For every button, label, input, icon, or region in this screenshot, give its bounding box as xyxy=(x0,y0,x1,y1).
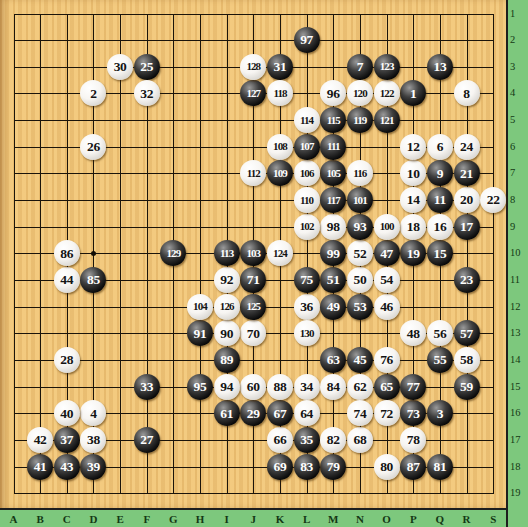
stone-white-22[interactable]: 22 xyxy=(480,187,506,213)
stone-black-31[interactable]: 31 xyxy=(267,54,293,80)
stone-move-number: 3 xyxy=(437,407,443,421)
stone-move-number: 32 xyxy=(140,87,153,101)
stone-black-111[interactable]: 111 xyxy=(320,134,346,160)
stone-move-number: 124 xyxy=(273,248,287,259)
stone-move-number: 29 xyxy=(247,407,260,421)
column-label: M xyxy=(323,512,343,526)
stone-move-number: 94 xyxy=(220,380,233,394)
stone-move-number: 117 xyxy=(327,195,340,206)
stone-white-74[interactable]: 74 xyxy=(347,400,373,426)
stone-white-36[interactable]: 36 xyxy=(294,294,320,320)
stone-black-23[interactable]: 23 xyxy=(454,267,480,293)
stone-move-number: 130 xyxy=(300,328,314,339)
stone-white-110[interactable]: 110 xyxy=(294,187,320,213)
column-label: E xyxy=(110,512,130,526)
stone-white-28[interactable]: 28 xyxy=(54,347,80,373)
stone-black-55[interactable]: 55 xyxy=(427,347,453,373)
column-label: S xyxy=(483,512,503,526)
column-label: N xyxy=(350,512,370,526)
stone-black-87[interactable]: 87 xyxy=(400,454,426,480)
stone-black-7[interactable]: 7 xyxy=(347,54,373,80)
stone-black-47[interactable]: 47 xyxy=(374,240,400,266)
stone-move-number: 59 xyxy=(460,380,473,394)
stone-move-number: 106 xyxy=(300,168,314,179)
stone-white-88[interactable]: 88 xyxy=(267,374,293,400)
stone-move-number: 45 xyxy=(353,353,366,367)
stone-white-54[interactable]: 54 xyxy=(374,267,400,293)
stone-move-number: 65 xyxy=(380,380,393,394)
stone-black-69[interactable]: 69 xyxy=(267,454,293,480)
stone-move-number: 60 xyxy=(247,380,260,394)
stone-white-98[interactable]: 98 xyxy=(320,214,346,240)
stone-move-number: 120 xyxy=(353,88,367,99)
stone-black-35[interactable]: 35 xyxy=(294,427,320,453)
stone-black-123[interactable]: 123 xyxy=(374,54,400,80)
stone-move-number: 121 xyxy=(380,115,394,126)
stone-move-number: 118 xyxy=(273,88,286,99)
stone-move-number: 66 xyxy=(274,433,287,447)
stone-move-number: 22 xyxy=(487,193,500,207)
stone-black-57[interactable]: 57 xyxy=(454,320,480,346)
board-right-border xyxy=(506,0,508,527)
stone-black-121[interactable]: 121 xyxy=(374,107,400,133)
stone-move-number: 19 xyxy=(407,247,420,261)
stone-move-number: 87 xyxy=(407,460,420,474)
stone-white-40[interactable]: 40 xyxy=(54,400,80,426)
stone-black-45[interactable]: 45 xyxy=(347,347,373,373)
stone-move-number: 23 xyxy=(460,273,473,287)
stone-black-33[interactable]: 33 xyxy=(134,374,160,400)
stone-white-122[interactable]: 122 xyxy=(374,80,400,106)
stone-move-number: 93 xyxy=(353,220,366,234)
stone-move-number: 12 xyxy=(407,140,420,154)
row-label: 3 xyxy=(510,61,528,73)
stone-black-77[interactable]: 77 xyxy=(400,374,426,400)
stone-move-number: 54 xyxy=(380,273,393,287)
stone-move-number: 53 xyxy=(353,300,366,314)
stone-move-number: 73 xyxy=(407,407,420,421)
stone-white-90[interactable]: 90 xyxy=(214,320,240,346)
stone-black-39[interactable]: 39 xyxy=(80,454,106,480)
stone-black-21[interactable]: 21 xyxy=(454,160,480,186)
stone-move-number: 37 xyxy=(60,433,73,447)
stone-black-101[interactable]: 101 xyxy=(347,187,373,213)
stone-move-number: 43 xyxy=(60,460,73,474)
board-bottom-border xyxy=(0,508,506,510)
stone-white-108[interactable]: 108 xyxy=(267,134,293,160)
stone-black-17[interactable]: 17 xyxy=(454,214,480,240)
stone-black-125[interactable]: 125 xyxy=(240,294,266,320)
stone-white-100[interactable]: 100 xyxy=(374,214,400,240)
stone-move-number: 114 xyxy=(300,115,313,126)
stone-move-number: 6 xyxy=(437,140,443,154)
row-label: 6 xyxy=(510,141,528,153)
stone-move-number: 17 xyxy=(460,220,473,234)
stone-move-number: 70 xyxy=(247,327,260,341)
stone-white-104[interactable]: 104 xyxy=(187,294,213,320)
row-label: 10 xyxy=(510,247,528,259)
stone-move-number: 18 xyxy=(407,220,420,234)
stone-move-number: 52 xyxy=(353,247,366,261)
stone-move-number: 61 xyxy=(220,407,233,421)
stone-move-number: 115 xyxy=(327,115,340,126)
stone-black-113[interactable]: 113 xyxy=(214,240,240,266)
stone-black-37[interactable]: 37 xyxy=(54,427,80,453)
stone-move-number: 105 xyxy=(326,168,340,179)
stone-white-80[interactable]: 80 xyxy=(374,454,400,480)
stone-white-16[interactable]: 16 xyxy=(427,214,453,240)
stone-move-number: 10 xyxy=(407,167,420,181)
column-label: C xyxy=(57,512,77,526)
stone-move-number: 103 xyxy=(246,248,260,259)
stone-white-82[interactable]: 82 xyxy=(320,427,346,453)
row-label: 13 xyxy=(510,327,528,339)
stone-move-number: 11 xyxy=(434,193,446,207)
row-label: 8 xyxy=(510,194,528,206)
row-label: 15 xyxy=(510,381,528,393)
stone-black-97[interactable]: 97 xyxy=(294,27,320,53)
row-label: 2 xyxy=(510,34,528,46)
stone-move-number: 68 xyxy=(353,433,366,447)
stone-white-72[interactable]: 72 xyxy=(374,400,400,426)
stone-black-61[interactable]: 61 xyxy=(214,400,240,426)
stone-move-number: 55 xyxy=(433,353,446,367)
stone-black-43[interactable]: 43 xyxy=(54,454,80,480)
row-label: 4 xyxy=(510,87,528,99)
stone-white-8[interactable]: 8 xyxy=(454,80,480,106)
stone-white-68[interactable]: 68 xyxy=(347,427,373,453)
stone-move-number: 109 xyxy=(273,168,287,179)
stone-move-number: 28 xyxy=(60,353,73,367)
stone-white-78[interactable]: 78 xyxy=(400,427,426,453)
stone-move-number: 100 xyxy=(380,221,394,232)
stone-black-95[interactable]: 95 xyxy=(187,374,213,400)
stone-move-number: 112 xyxy=(247,168,260,179)
stone-move-number: 84 xyxy=(327,380,340,394)
stone-black-89[interactable]: 89 xyxy=(214,347,240,373)
grid-line-horizontal xyxy=(14,360,495,361)
stone-move-number: 122 xyxy=(380,88,394,99)
stone-white-84[interactable]: 84 xyxy=(320,374,346,400)
stone-black-83[interactable]: 83 xyxy=(294,454,320,480)
stone-move-number: 128 xyxy=(246,61,260,72)
column-label: P xyxy=(403,512,423,526)
column-label: B xyxy=(30,512,50,526)
stone-black-15[interactable]: 15 xyxy=(427,240,453,266)
stone-black-49[interactable]: 49 xyxy=(320,294,346,320)
stone-black-63[interactable]: 63 xyxy=(320,347,346,373)
stone-move-number: 7 xyxy=(357,60,363,74)
stone-white-76[interactable]: 76 xyxy=(374,347,400,373)
stone-move-number: 102 xyxy=(300,221,314,232)
stone-black-11[interactable]: 11 xyxy=(427,187,453,213)
stone-move-number: 46 xyxy=(380,300,393,314)
stone-move-number: 108 xyxy=(273,141,287,152)
stone-white-106[interactable]: 106 xyxy=(294,160,320,186)
column-label: A xyxy=(4,512,24,526)
stone-move-number: 63 xyxy=(327,353,340,367)
stone-move-number: 44 xyxy=(60,273,73,287)
stone-white-42[interactable]: 42 xyxy=(27,427,53,453)
stone-move-number: 2 xyxy=(90,87,96,101)
row-label: 1 xyxy=(510,8,528,20)
stone-move-number: 97 xyxy=(300,33,313,47)
stone-white-94[interactable]: 94 xyxy=(214,374,240,400)
stone-move-number: 107 xyxy=(300,141,314,152)
stone-white-50[interactable]: 50 xyxy=(347,267,373,293)
stone-move-number: 21 xyxy=(460,167,473,181)
stone-move-number: 51 xyxy=(327,273,340,287)
stone-move-number: 14 xyxy=(407,193,420,207)
stone-move-number: 82 xyxy=(327,433,340,447)
row-label: 17 xyxy=(510,434,528,446)
stone-move-number: 92 xyxy=(220,273,233,287)
stone-white-52[interactable]: 52 xyxy=(347,240,373,266)
stone-move-number: 99 xyxy=(327,247,340,261)
stone-white-60[interactable]: 60 xyxy=(240,374,266,400)
column-label: L xyxy=(297,512,317,526)
stone-white-30[interactable]: 30 xyxy=(107,54,133,80)
stone-white-66[interactable]: 66 xyxy=(267,427,293,453)
stone-move-number: 101 xyxy=(353,195,367,206)
stone-move-number: 86 xyxy=(60,247,73,261)
stone-white-44[interactable]: 44 xyxy=(54,267,80,293)
stone-move-number: 38 xyxy=(87,433,100,447)
stone-move-number: 116 xyxy=(353,168,366,179)
column-label: G xyxy=(163,512,183,526)
column-label: I xyxy=(217,512,237,526)
stone-white-126[interactable]: 126 xyxy=(214,294,240,320)
stone-move-number: 127 xyxy=(246,88,260,99)
stone-move-number: 33 xyxy=(140,380,153,394)
stone-move-number: 98 xyxy=(327,220,340,234)
stone-move-number: 1 xyxy=(410,87,416,101)
stone-move-number: 91 xyxy=(194,327,207,341)
column-label: F xyxy=(137,512,157,526)
stone-move-number: 76 xyxy=(380,353,393,367)
stone-move-number: 40 xyxy=(60,407,73,421)
stone-white-56[interactable]: 56 xyxy=(427,320,453,346)
stone-move-number: 36 xyxy=(300,300,313,314)
stone-white-18[interactable]: 18 xyxy=(400,214,426,240)
stone-move-number: 77 xyxy=(407,380,420,394)
stone-move-number: 56 xyxy=(433,327,446,341)
column-label: D xyxy=(83,512,103,526)
stone-white-34[interactable]: 34 xyxy=(294,374,320,400)
stone-black-59[interactable]: 59 xyxy=(454,374,480,400)
column-label: O xyxy=(377,512,397,526)
stone-black-27[interactable]: 27 xyxy=(134,427,160,453)
stone-black-75[interactable]: 75 xyxy=(294,267,320,293)
stone-move-number: 88 xyxy=(274,380,287,394)
stone-white-130[interactable]: 130 xyxy=(294,320,320,346)
stone-move-number: 13 xyxy=(433,60,446,74)
row-label: 9 xyxy=(510,221,528,233)
stone-black-53[interactable]: 53 xyxy=(347,294,373,320)
column-label: K xyxy=(270,512,290,526)
stone-move-number: 31 xyxy=(274,60,287,74)
stone-black-25[interactable]: 25 xyxy=(134,54,160,80)
stone-move-number: 90 xyxy=(220,327,233,341)
stone-move-number: 126 xyxy=(220,301,234,312)
stone-move-number: 67 xyxy=(274,407,287,421)
stone-move-number: 62 xyxy=(353,380,366,394)
row-label: 7 xyxy=(510,167,528,179)
stone-move-number: 41 xyxy=(34,460,47,474)
column-label: J xyxy=(243,512,263,526)
stone-move-number: 49 xyxy=(327,300,340,314)
row-label: 19 xyxy=(510,487,528,499)
column-label: H xyxy=(190,512,210,526)
stone-move-number: 85 xyxy=(87,273,100,287)
stone-move-number: 71 xyxy=(247,273,260,287)
stone-move-number: 80 xyxy=(380,460,393,474)
stone-move-number: 57 xyxy=(460,327,473,341)
stone-move-number: 58 xyxy=(460,353,473,367)
stone-move-number: 119 xyxy=(353,115,366,126)
stone-move-number: 24 xyxy=(460,140,473,154)
stone-move-number: 78 xyxy=(407,433,420,447)
stone-move-number: 64 xyxy=(300,407,313,421)
column-label: R xyxy=(457,512,477,526)
stone-white-46[interactable]: 46 xyxy=(374,294,400,320)
stone-move-number: 110 xyxy=(300,195,313,206)
stone-move-number: 81 xyxy=(433,460,446,474)
stone-white-102[interactable]: 102 xyxy=(294,214,320,240)
stone-move-number: 50 xyxy=(353,273,366,287)
stone-black-13[interactable]: 13 xyxy=(427,54,453,80)
stone-move-number: 74 xyxy=(353,407,366,421)
stone-move-number: 9 xyxy=(437,167,443,181)
stone-move-number: 83 xyxy=(300,460,313,474)
stone-move-number: 123 xyxy=(380,61,394,72)
row-label: 5 xyxy=(510,114,528,126)
star-point xyxy=(91,251,96,256)
stone-move-number: 95 xyxy=(194,380,207,394)
stone-move-number: 69 xyxy=(274,460,287,474)
stone-move-number: 30 xyxy=(114,60,127,74)
stone-move-number: 48 xyxy=(407,327,420,341)
stone-move-number: 8 xyxy=(463,87,469,101)
stone-black-107[interactable]: 107 xyxy=(294,134,320,160)
stone-white-58[interactable]: 58 xyxy=(454,347,480,373)
stone-black-93[interactable]: 93 xyxy=(347,214,373,240)
stone-move-number: 79 xyxy=(327,460,340,474)
stone-black-81[interactable]: 81 xyxy=(427,454,453,480)
stone-move-number: 125 xyxy=(246,301,260,312)
row-label: 12 xyxy=(510,301,528,313)
grid-line-horizontal xyxy=(14,493,495,494)
row-label: 16 xyxy=(510,407,528,419)
stone-black-3[interactable]: 3 xyxy=(427,400,453,426)
stone-black-41[interactable]: 41 xyxy=(27,454,53,480)
stone-move-number: 25 xyxy=(140,60,153,74)
stone-move-number: 35 xyxy=(300,433,313,447)
row-label: 18 xyxy=(510,461,528,473)
stone-white-64[interactable]: 64 xyxy=(294,400,320,426)
stone-move-number: 96 xyxy=(327,87,340,101)
stone-black-119[interactable]: 119 xyxy=(347,107,373,133)
grid-line-vertical xyxy=(493,14,494,495)
stone-move-number: 34 xyxy=(300,380,313,394)
stone-white-24[interactable]: 24 xyxy=(454,134,480,160)
go-board-screen: 1234678910111213141516171819202122232425… xyxy=(0,0,528,527)
row-label: 11 xyxy=(510,274,528,286)
stone-white-12[interactable]: 12 xyxy=(400,134,426,160)
stone-white-6[interactable]: 6 xyxy=(427,134,453,160)
stone-move-number: 27 xyxy=(140,433,153,447)
stone-white-92[interactable]: 92 xyxy=(214,267,240,293)
row-label: 14 xyxy=(510,354,528,366)
stone-move-number: 47 xyxy=(380,247,393,261)
stone-move-number: 72 xyxy=(380,407,393,421)
stone-black-65[interactable]: 65 xyxy=(374,374,400,400)
stone-white-86[interactable]: 86 xyxy=(54,240,80,266)
stone-white-20[interactable]: 20 xyxy=(454,187,480,213)
stone-move-number: 75 xyxy=(300,273,313,287)
column-label: Q xyxy=(430,512,450,526)
stone-white-32[interactable]: 32 xyxy=(134,80,160,106)
stone-move-number: 111 xyxy=(327,141,340,152)
stone-black-79[interactable]: 79 xyxy=(320,454,346,480)
stone-move-number: 104 xyxy=(193,301,207,312)
stone-move-number: 113 xyxy=(220,248,233,259)
stone-white-26[interactable]: 26 xyxy=(80,134,106,160)
stone-move-number: 20 xyxy=(460,193,473,207)
stone-move-number: 16 xyxy=(433,220,446,234)
stone-move-number: 15 xyxy=(433,247,446,261)
stone-move-number: 26 xyxy=(87,140,100,154)
stone-white-62[interactable]: 62 xyxy=(347,374,373,400)
stone-move-number: 39 xyxy=(87,460,100,474)
stone-move-number: 42 xyxy=(34,433,47,447)
stone-move-number: 89 xyxy=(220,353,233,367)
stone-white-128[interactable]: 128 xyxy=(240,54,266,80)
stone-move-number: 129 xyxy=(166,248,180,259)
stone-white-114[interactable]: 114 xyxy=(294,107,320,133)
stone-move-number: 4 xyxy=(90,407,96,421)
